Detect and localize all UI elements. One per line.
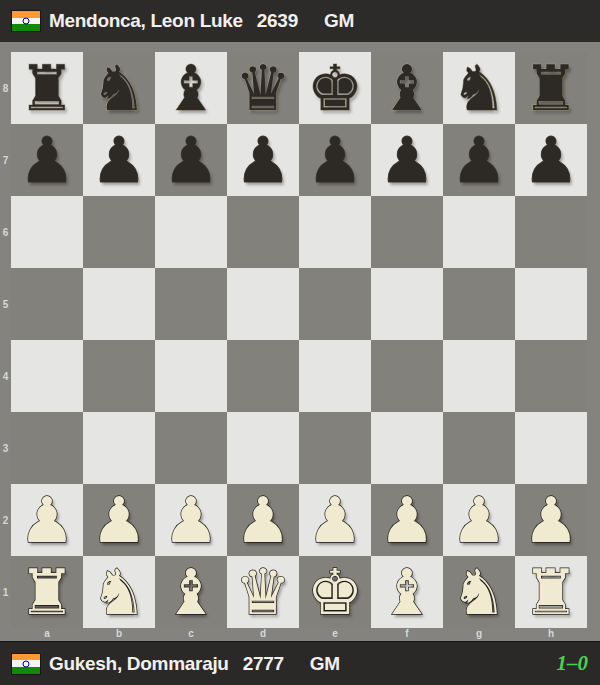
square-a4[interactable] <box>11 340 83 412</box>
rank-label-5: 5 <box>0 268 11 340</box>
ashoka-chakra-icon <box>23 18 30 25</box>
piece-black-king[interactable]: ♚ <box>307 57 363 120</box>
square-g8[interactable]: ♞ <box>443 52 515 124</box>
square-h1[interactable]: ♜ <box>515 556 587 628</box>
rank-label-7: 7 <box>0 124 11 196</box>
piece-black-pawn[interactable]: ♟ <box>523 129 579 192</box>
square-c2[interactable]: ♟ <box>155 484 227 556</box>
piece-white-pawn[interactable]: ♟ <box>307 489 363 552</box>
piece-black-knight[interactable]: ♞ <box>451 57 507 120</box>
piece-white-king[interactable]: ♚ <box>307 561 363 624</box>
piece-black-rook[interactable]: ♜ <box>19 57 75 120</box>
piece-black-rook[interactable]: ♜ <box>523 57 579 120</box>
square-e3[interactable] <box>299 412 371 484</box>
piece-black-pawn[interactable]: ♟ <box>91 129 147 192</box>
piece-black-pawn[interactable]: ♟ <box>19 129 75 192</box>
rank-label-2: 2 <box>0 484 11 556</box>
square-c3[interactable] <box>155 412 227 484</box>
square-a1[interactable]: ♜ <box>11 556 83 628</box>
square-e7[interactable]: ♟ <box>299 124 371 196</box>
square-h5[interactable] <box>515 268 587 340</box>
square-e6[interactable] <box>299 196 371 268</box>
board-frame: ♜♞♝♛♚♝♞♜♟♟♟♟♟♟♟♟♟♟♟♟♟♟♟♟♜♞♝♛♚♝♞♜ 8765432… <box>0 42 600 641</box>
file-label-h: h <box>515 628 587 641</box>
piece-white-bishop[interactable]: ♝ <box>379 561 435 624</box>
square-b6[interactable] <box>83 196 155 268</box>
square-f5[interactable] <box>371 268 443 340</box>
square-d8[interactable]: ♛ <box>227 52 299 124</box>
chess-app-window: Mendonca, Leon Luke 2639 GM ♜♞♝♛♚♝♞♜♟♟♟♟… <box>0 0 600 685</box>
bottom-player-name: Gukesh, Dommaraju <box>49 653 229 675</box>
india-flag-icon <box>12 654 40 674</box>
square-d2[interactable]: ♟ <box>227 484 299 556</box>
india-flag-icon <box>12 11 40 31</box>
square-b7[interactable]: ♟ <box>83 124 155 196</box>
square-h4[interactable] <box>515 340 587 412</box>
piece-black-knight[interactable]: ♞ <box>91 57 147 120</box>
file-label-g: g <box>443 628 515 641</box>
square-c1[interactable]: ♝ <box>155 556 227 628</box>
square-a6[interactable] <box>11 196 83 268</box>
square-a2[interactable]: ♟ <box>11 484 83 556</box>
square-a3[interactable] <box>11 412 83 484</box>
square-d4[interactable] <box>227 340 299 412</box>
rank-label-1: 1 <box>0 556 11 628</box>
bottom-player-title: GM <box>310 653 340 675</box>
square-g6[interactable] <box>443 196 515 268</box>
piece-white-pawn[interactable]: ♟ <box>523 489 579 552</box>
file-label-e: e <box>299 628 371 641</box>
square-c8[interactable]: ♝ <box>155 52 227 124</box>
square-h2[interactable]: ♟ <box>515 484 587 556</box>
square-b3[interactable] <box>83 412 155 484</box>
square-g1[interactable]: ♞ <box>443 556 515 628</box>
top-player-title: GM <box>324 10 354 32</box>
square-c4[interactable] <box>155 340 227 412</box>
square-g7[interactable]: ♟ <box>443 124 515 196</box>
piece-white-bishop[interactable]: ♝ <box>163 561 219 624</box>
square-b5[interactable] <box>83 268 155 340</box>
piece-white-rook[interactable]: ♜ <box>523 561 579 624</box>
square-g2[interactable]: ♟ <box>443 484 515 556</box>
piece-black-queen[interactable]: ♛ <box>235 57 291 120</box>
piece-black-pawn[interactable]: ♟ <box>235 129 291 192</box>
piece-black-pawn[interactable]: ♟ <box>451 129 507 192</box>
piece-black-pawn[interactable]: ♟ <box>307 129 363 192</box>
square-d5[interactable] <box>227 268 299 340</box>
piece-white-pawn[interactable]: ♟ <box>19 489 75 552</box>
ashoka-chakra-icon <box>23 660 30 667</box>
square-b2[interactable]: ♟ <box>83 484 155 556</box>
top-player-bar: Mendonca, Leon Luke 2639 GM <box>0 0 600 42</box>
square-e2[interactable]: ♟ <box>299 484 371 556</box>
square-f3[interactable] <box>371 412 443 484</box>
file-label-f: f <box>371 628 443 641</box>
square-h3[interactable] <box>515 412 587 484</box>
piece-white-pawn[interactable]: ♟ <box>379 489 435 552</box>
square-b8[interactable]: ♞ <box>83 52 155 124</box>
square-a7[interactable]: ♟ <box>11 124 83 196</box>
square-a8[interactable]: ♜ <box>11 52 83 124</box>
piece-white-pawn[interactable]: ♟ <box>163 489 219 552</box>
square-g5[interactable] <box>443 268 515 340</box>
square-h7[interactable]: ♟ <box>515 124 587 196</box>
file-label-d: d <box>227 628 299 641</box>
rank-label-6: 6 <box>0 196 11 268</box>
square-f4[interactable] <box>371 340 443 412</box>
piece-black-bishop[interactable]: ♝ <box>163 57 219 120</box>
square-e8[interactable]: ♚ <box>299 52 371 124</box>
square-c7[interactable]: ♟ <box>155 124 227 196</box>
square-e5[interactable] <box>299 268 371 340</box>
square-e1[interactable]: ♚ <box>299 556 371 628</box>
square-h8[interactable]: ♜ <box>515 52 587 124</box>
square-f6[interactable] <box>371 196 443 268</box>
square-b1[interactable]: ♞ <box>83 556 155 628</box>
piece-white-pawn[interactable]: ♟ <box>91 489 147 552</box>
piece-white-knight[interactable]: ♞ <box>451 561 507 624</box>
piece-white-pawn[interactable]: ♟ <box>451 489 507 552</box>
square-f1[interactable]: ♝ <box>371 556 443 628</box>
top-player-name: Mendonca, Leon Luke <box>49 10 243 32</box>
square-f7[interactable]: ♟ <box>371 124 443 196</box>
square-d1[interactable]: ♛ <box>227 556 299 628</box>
piece-black-pawn[interactable]: ♟ <box>163 129 219 192</box>
game-result: 1–0 <box>557 651 589 676</box>
rank-label-4: 4 <box>0 340 11 412</box>
square-g4[interactable] <box>443 340 515 412</box>
file-label-c: c <box>155 628 227 641</box>
square-e4[interactable] <box>299 340 371 412</box>
chess-board[interactable]: ♜♞♝♛♚♝♞♜♟♟♟♟♟♟♟♟♟♟♟♟♟♟♟♟♜♞♝♛♚♝♞♜ <box>11 52 587 628</box>
piece-black-pawn[interactable]: ♟ <box>379 129 435 192</box>
rank-label-3: 3 <box>0 412 11 484</box>
square-d3[interactable] <box>227 412 299 484</box>
square-d7[interactable]: ♟ <box>227 124 299 196</box>
square-f8[interactable]: ♝ <box>371 52 443 124</box>
bottom-player-bar: Gukesh, Dommaraju 2777 GM 1–0 <box>0 641 600 685</box>
square-c5[interactable] <box>155 268 227 340</box>
square-g3[interactable] <box>443 412 515 484</box>
square-c6[interactable] <box>155 196 227 268</box>
top-player-rating: 2639 <box>257 10 298 32</box>
rank-label-8: 8 <box>0 52 11 124</box>
square-a5[interactable] <box>11 268 83 340</box>
piece-white-queen[interactable]: ♛ <box>235 561 291 624</box>
piece-white-pawn[interactable]: ♟ <box>235 489 291 552</box>
square-h6[interactable] <box>515 196 587 268</box>
file-label-a: a <box>11 628 83 641</box>
square-b4[interactable] <box>83 340 155 412</box>
piece-white-rook[interactable]: ♜ <box>19 561 75 624</box>
piece-black-bishop[interactable]: ♝ <box>379 57 435 120</box>
square-f2[interactable]: ♟ <box>371 484 443 556</box>
piece-white-knight[interactable]: ♞ <box>91 561 147 624</box>
bottom-player-rating: 2777 <box>243 653 284 675</box>
square-d6[interactable] <box>227 196 299 268</box>
file-label-b: b <box>83 628 155 641</box>
